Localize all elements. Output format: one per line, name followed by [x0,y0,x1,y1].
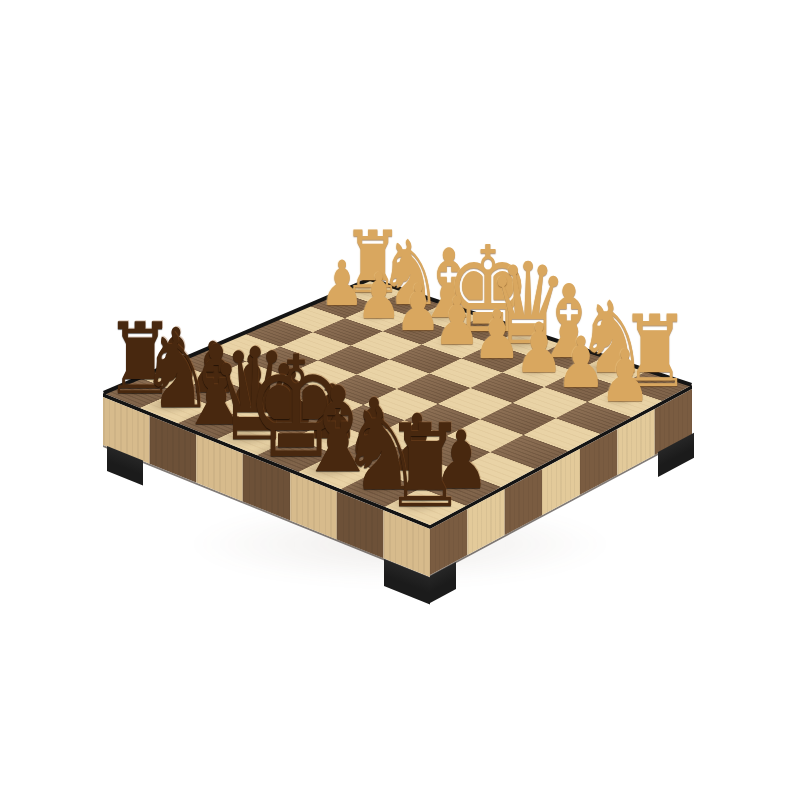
board-surface [103,279,692,525]
chess-set-photo: ♜♟♞♟♝♟♚♟♛♟♝♟♟♞♜♟♟♜♞♟♟♝♟♛♟♚♟♝♟♞♟♜ [0,0,800,800]
